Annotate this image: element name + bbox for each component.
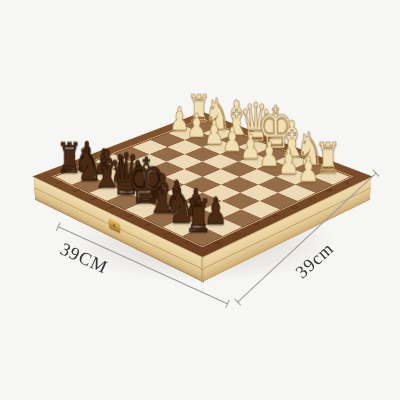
white-pawn: ♟ xyxy=(240,130,260,164)
frame-coordinate-front: 5 xyxy=(124,214,134,218)
black-rook: ♜ xyxy=(184,194,207,239)
frame-coordinate-side: D xyxy=(289,205,299,210)
white-pawn: ♟ xyxy=(204,117,224,150)
white-pawn: ♟ xyxy=(169,103,189,135)
white-pawn: ♟ xyxy=(278,145,299,180)
board-square xyxy=(184,162,220,177)
board-square: ♟ xyxy=(185,133,220,147)
board-square: ♟ xyxy=(203,140,238,154)
board-square xyxy=(221,162,257,177)
board-square xyxy=(167,140,202,154)
white-bishop: ♝ xyxy=(221,95,241,143)
board-square: ♟ xyxy=(168,127,202,141)
board-square: ♝ xyxy=(220,133,255,147)
frame-coordinate-front: 2 xyxy=(71,189,81,193)
frame-coordinate-side: C xyxy=(307,197,317,201)
frame-coordinate-side: E xyxy=(270,214,280,218)
board-square: ♞ xyxy=(203,127,237,141)
white-pawn: ♟ xyxy=(222,123,242,156)
brass-latch-icon xyxy=(108,218,120,233)
board-square: ♟ xyxy=(238,154,274,169)
white-knight: ♞ xyxy=(204,93,224,136)
frame-coordinate-front: 7 xyxy=(162,232,172,237)
frame-coordinate-front: 6 xyxy=(143,223,153,228)
white-pawn: ♟ xyxy=(297,152,318,187)
board-square: ♟ xyxy=(220,147,256,162)
board-square xyxy=(203,169,240,185)
white-rook: ♜ xyxy=(187,91,206,129)
board-square: ♛ xyxy=(238,140,273,154)
frame-coordinate-side: G xyxy=(232,232,243,237)
frame-coordinate-side: F xyxy=(252,223,261,227)
white-pawn: ♟ xyxy=(259,138,280,172)
white-pawn: ♟ xyxy=(186,110,206,143)
frame-coordinate-side: H xyxy=(212,241,223,246)
white-king: ♚ xyxy=(257,99,277,157)
board-square: ♜ xyxy=(186,120,220,133)
frame-coordinate-side: A xyxy=(341,181,350,185)
white-queen: ♛ xyxy=(239,97,259,150)
frame-coordinate-front: 1 xyxy=(54,181,64,185)
board-square xyxy=(203,154,239,169)
chess-board: ♜♞♝♛♚♝♞♜♟♟♟♟♟♟♟♟♟♟♟♟♟♟♟♟♜♞♝♛♚♝♞♜ 1234567… xyxy=(32,112,373,258)
board-square xyxy=(185,147,221,162)
frame-coordinate-front: 8 xyxy=(182,241,192,246)
frame-coordinate-side: B xyxy=(324,189,334,193)
product-photo-stage: ♜♞♝♛♚♝♞♜♟♟♟♟♟♟♟♟♟♟♟♟♟♟♟♟♜♞♝♛♚♝♞♜ 1234567… xyxy=(0,0,400,400)
scene-3d: ♜♞♝♛♚♝♞♜♟♟♟♟♟♟♟♟♟♟♟♟♟♟♟♟♜♞♝♛♚♝♞♜ 1234567… xyxy=(0,0,400,400)
